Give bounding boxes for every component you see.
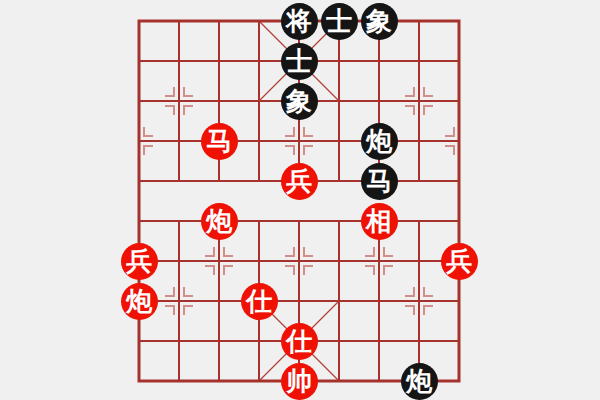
piece-red-horse[interactable]: 马 <box>201 123 238 160</box>
piece-black-cannon[interactable]: 炮 <box>401 363 438 400</box>
piece-red-general[interactable]: 帅 <box>281 363 318 400</box>
piece-red-cannon[interactable]: 炮 <box>121 283 158 320</box>
piece-red-cannon[interactable]: 炮 <box>201 203 238 240</box>
piece-red-advisor[interactable]: 仕 <box>241 283 278 320</box>
piece-black-cannon[interactable]: 炮 <box>361 123 398 160</box>
piece-black-elephant[interactable]: 象 <box>361 3 398 40</box>
piece-red-pawn[interactable]: 兵 <box>441 243 478 280</box>
screenshot-background: 将士象士象马炮兵马炮相兵兵炮仕仕帅炮 <box>0 0 600 400</box>
xiangqi-board[interactable]: 将士象士象马炮兵马炮相兵兵炮仕仕帅炮 <box>119 1 479 400</box>
piece-black-horse[interactable]: 马 <box>361 163 398 200</box>
piece-black-elephant[interactable]: 象 <box>281 83 318 120</box>
piece-red-advisor[interactable]: 仕 <box>281 323 318 360</box>
piece-red-elephant[interactable]: 相 <box>361 203 398 240</box>
piece-layer: 将士象士象马炮兵马炮相兵兵炮仕仕帅炮 <box>119 1 479 400</box>
piece-red-pawn[interactable]: 兵 <box>121 243 158 280</box>
piece-red-pawn[interactable]: 兵 <box>281 163 318 200</box>
piece-black-general[interactable]: 将 <box>281 3 318 40</box>
piece-black-advisor[interactable]: 士 <box>321 3 358 40</box>
piece-black-advisor[interactable]: 士 <box>281 43 318 80</box>
